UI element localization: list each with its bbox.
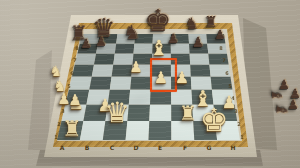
piece-black-knight-g8[interactable]: ♞	[185, 16, 199, 32]
piece-black-pawn-a7[interactable]: ♟	[80, 37, 92, 50]
piece-white-pawn-f4[interactable]: ♟	[175, 70, 189, 86]
rank-label-2-right: 2	[237, 121, 240, 127]
file-label-c: C	[110, 144, 114, 151]
rank-label-8-left: 8	[75, 45, 78, 51]
file-label-f: F	[183, 144, 187, 151]
file-label-a: A	[60, 144, 65, 151]
captured-black-bishop: ♝	[269, 89, 284, 103]
piece-black-pawn-b7[interactable]: ♟	[95, 35, 107, 48]
chess-scene: ABCDEFGH1122334455667788 ♜♛♞♚♞♜♟♟♟♟♟♝♟♟♟…	[0, 0, 300, 168]
rank-label-7-right: 7	[222, 57, 225, 63]
rank-label-2-left: 2	[57, 121, 60, 127]
piece-black-pawn-h7[interactable]: ♟	[214, 28, 226, 41]
piece-white-bishop-e6[interactable]: ♝	[150, 38, 169, 59]
piece-white-pawn-h2[interactable]: ♟	[221, 94, 236, 111]
captured-white-pawn: ♟	[68, 93, 81, 108]
rank-label-7-left: 7	[73, 57, 76, 63]
rank-label-5-right: 5	[228, 83, 231, 89]
rank-label-3-left: 3	[61, 108, 64, 114]
piece-white-queen-c1[interactable]: ♛	[104, 99, 129, 127]
file-label-d: D	[134, 144, 139, 151]
piece-black-pawn-g7[interactable]: ♟	[192, 35, 205, 49]
rank-label-8-right: 8	[219, 45, 222, 51]
captured-black-bishop: ♝	[272, 102, 289, 118]
captured-white-knight: ♞	[50, 64, 63, 78]
rank-label-1-right: 1	[240, 134, 243, 140]
piece-black-pawn-f7[interactable]: ♟	[167, 32, 179, 45]
rank-label-1-left: 1	[54, 134, 57, 140]
file-label-h: H	[230, 144, 235, 151]
file-label-e: E	[158, 144, 162, 151]
piece-white-pawn-e4[interactable]: ♟	[154, 70, 168, 86]
file-label-b: B	[85, 144, 90, 151]
rank-label-5-left: 5	[67, 83, 70, 89]
rank-label-6-right: 6	[225, 70, 228, 76]
piece-white-rook-a1[interactable]: ♜	[62, 118, 82, 140]
rank-label-6-left: 6	[70, 70, 73, 76]
piece-black-knight-c8[interactable]: ♞	[123, 23, 140, 42]
piece-white-pawn-d5[interactable]: ♟	[129, 60, 142, 75]
file-label-g: G	[207, 144, 212, 151]
